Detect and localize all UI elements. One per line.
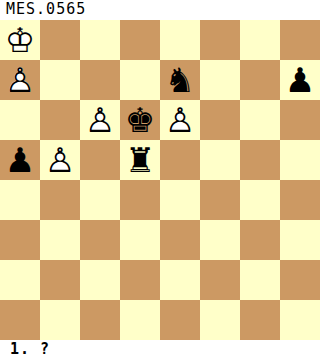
square-c8[interactable]	[80, 20, 120, 60]
square-a8[interactable]: ♚♔	[0, 20, 40, 60]
square-h8[interactable]	[280, 20, 320, 60]
square-a6[interactable]	[0, 100, 40, 140]
square-e8[interactable]	[160, 20, 200, 60]
square-d1[interactable]	[120, 300, 160, 340]
square-f4[interactable]	[200, 180, 240, 220]
square-b2[interactable]	[40, 260, 80, 300]
square-f5[interactable]	[200, 140, 240, 180]
square-c7[interactable]	[80, 60, 120, 100]
square-d5[interactable]: ♜	[120, 140, 160, 180]
square-h5[interactable]	[280, 140, 320, 180]
white-king-piece: ♚♔	[0, 20, 40, 60]
black-rook-piece: ♜	[120, 140, 160, 180]
square-g2[interactable]	[240, 260, 280, 300]
square-a3[interactable]	[0, 220, 40, 260]
square-g5[interactable]	[240, 140, 280, 180]
square-h1[interactable]	[280, 300, 320, 340]
white-pawn-piece: ♟♙	[0, 60, 40, 100]
square-a4[interactable]	[0, 180, 40, 220]
piece-outline: ♙	[0, 60, 40, 100]
square-d6[interactable]: ♚	[120, 100, 160, 140]
square-e6[interactable]: ♟♙	[160, 100, 200, 140]
black-pawn-piece: ♟	[0, 140, 40, 180]
white-pawn-piece: ♟♙	[40, 140, 80, 180]
square-d8[interactable]	[120, 20, 160, 60]
square-a2[interactable]	[0, 260, 40, 300]
square-b6[interactable]	[40, 100, 80, 140]
piece-outline: ♙	[80, 100, 120, 140]
black-knight-piece: ♞	[160, 60, 200, 100]
square-a7[interactable]: ♟♙	[0, 60, 40, 100]
square-h6[interactable]	[280, 100, 320, 140]
square-b8[interactable]	[40, 20, 80, 60]
square-c6[interactable]: ♟♙	[80, 100, 120, 140]
black-pawn-piece: ♟	[280, 60, 320, 100]
square-a1[interactable]	[0, 300, 40, 340]
square-c3[interactable]	[80, 220, 120, 260]
square-c5[interactable]	[80, 140, 120, 180]
square-f1[interactable]	[200, 300, 240, 340]
square-g6[interactable]	[240, 100, 280, 140]
square-e3[interactable]	[160, 220, 200, 260]
square-b1[interactable]	[40, 300, 80, 340]
square-b4[interactable]	[40, 180, 80, 220]
black-king-piece: ♚	[120, 100, 160, 140]
square-g8[interactable]	[240, 20, 280, 60]
square-d4[interactable]	[120, 180, 160, 220]
square-h3[interactable]	[280, 220, 320, 260]
square-a5[interactable]: ♟	[0, 140, 40, 180]
square-h7[interactable]: ♟	[280, 60, 320, 100]
square-c4[interactable]	[80, 180, 120, 220]
puzzle-id-label: MES.0565	[0, 0, 320, 20]
square-b3[interactable]	[40, 220, 80, 260]
square-f3[interactable]	[200, 220, 240, 260]
white-pawn-piece: ♟♙	[160, 100, 200, 140]
square-g1[interactable]	[240, 300, 280, 340]
square-d7[interactable]	[120, 60, 160, 100]
square-e5[interactable]	[160, 140, 200, 180]
piece-outline: ♙	[40, 140, 80, 180]
white-pawn-piece: ♟♙	[80, 100, 120, 140]
square-d3[interactable]	[120, 220, 160, 260]
square-c1[interactable]	[80, 300, 120, 340]
square-e7[interactable]: ♞	[160, 60, 200, 100]
piece-outline: ♙	[160, 100, 200, 140]
square-f7[interactable]	[200, 60, 240, 100]
square-b7[interactable]	[40, 60, 80, 100]
square-e4[interactable]	[160, 180, 200, 220]
square-g3[interactable]	[240, 220, 280, 260]
square-g4[interactable]	[240, 180, 280, 220]
square-f6[interactable]	[200, 100, 240, 140]
square-g7[interactable]	[240, 60, 280, 100]
chess-board: ♚♔♟♙♞♟♟♙♚♟♙♟♟♙♜	[0, 20, 320, 340]
square-b5[interactable]: ♟♙	[40, 140, 80, 180]
square-f8[interactable]	[200, 20, 240, 60]
move-prompt: 1. ?	[0, 340, 320, 360]
chess-program-window: MES.0565 ♚♔♟♙♞♟♟♙♚♟♙♟♟♙♜ 1. ?	[0, 0, 320, 360]
square-h4[interactable]	[280, 180, 320, 220]
square-h2[interactable]	[280, 260, 320, 300]
square-d2[interactable]	[120, 260, 160, 300]
square-c2[interactable]	[80, 260, 120, 300]
piece-outline: ♔	[0, 20, 40, 60]
square-e1[interactable]	[160, 300, 200, 340]
square-f2[interactable]	[200, 260, 240, 300]
square-e2[interactable]	[160, 260, 200, 300]
